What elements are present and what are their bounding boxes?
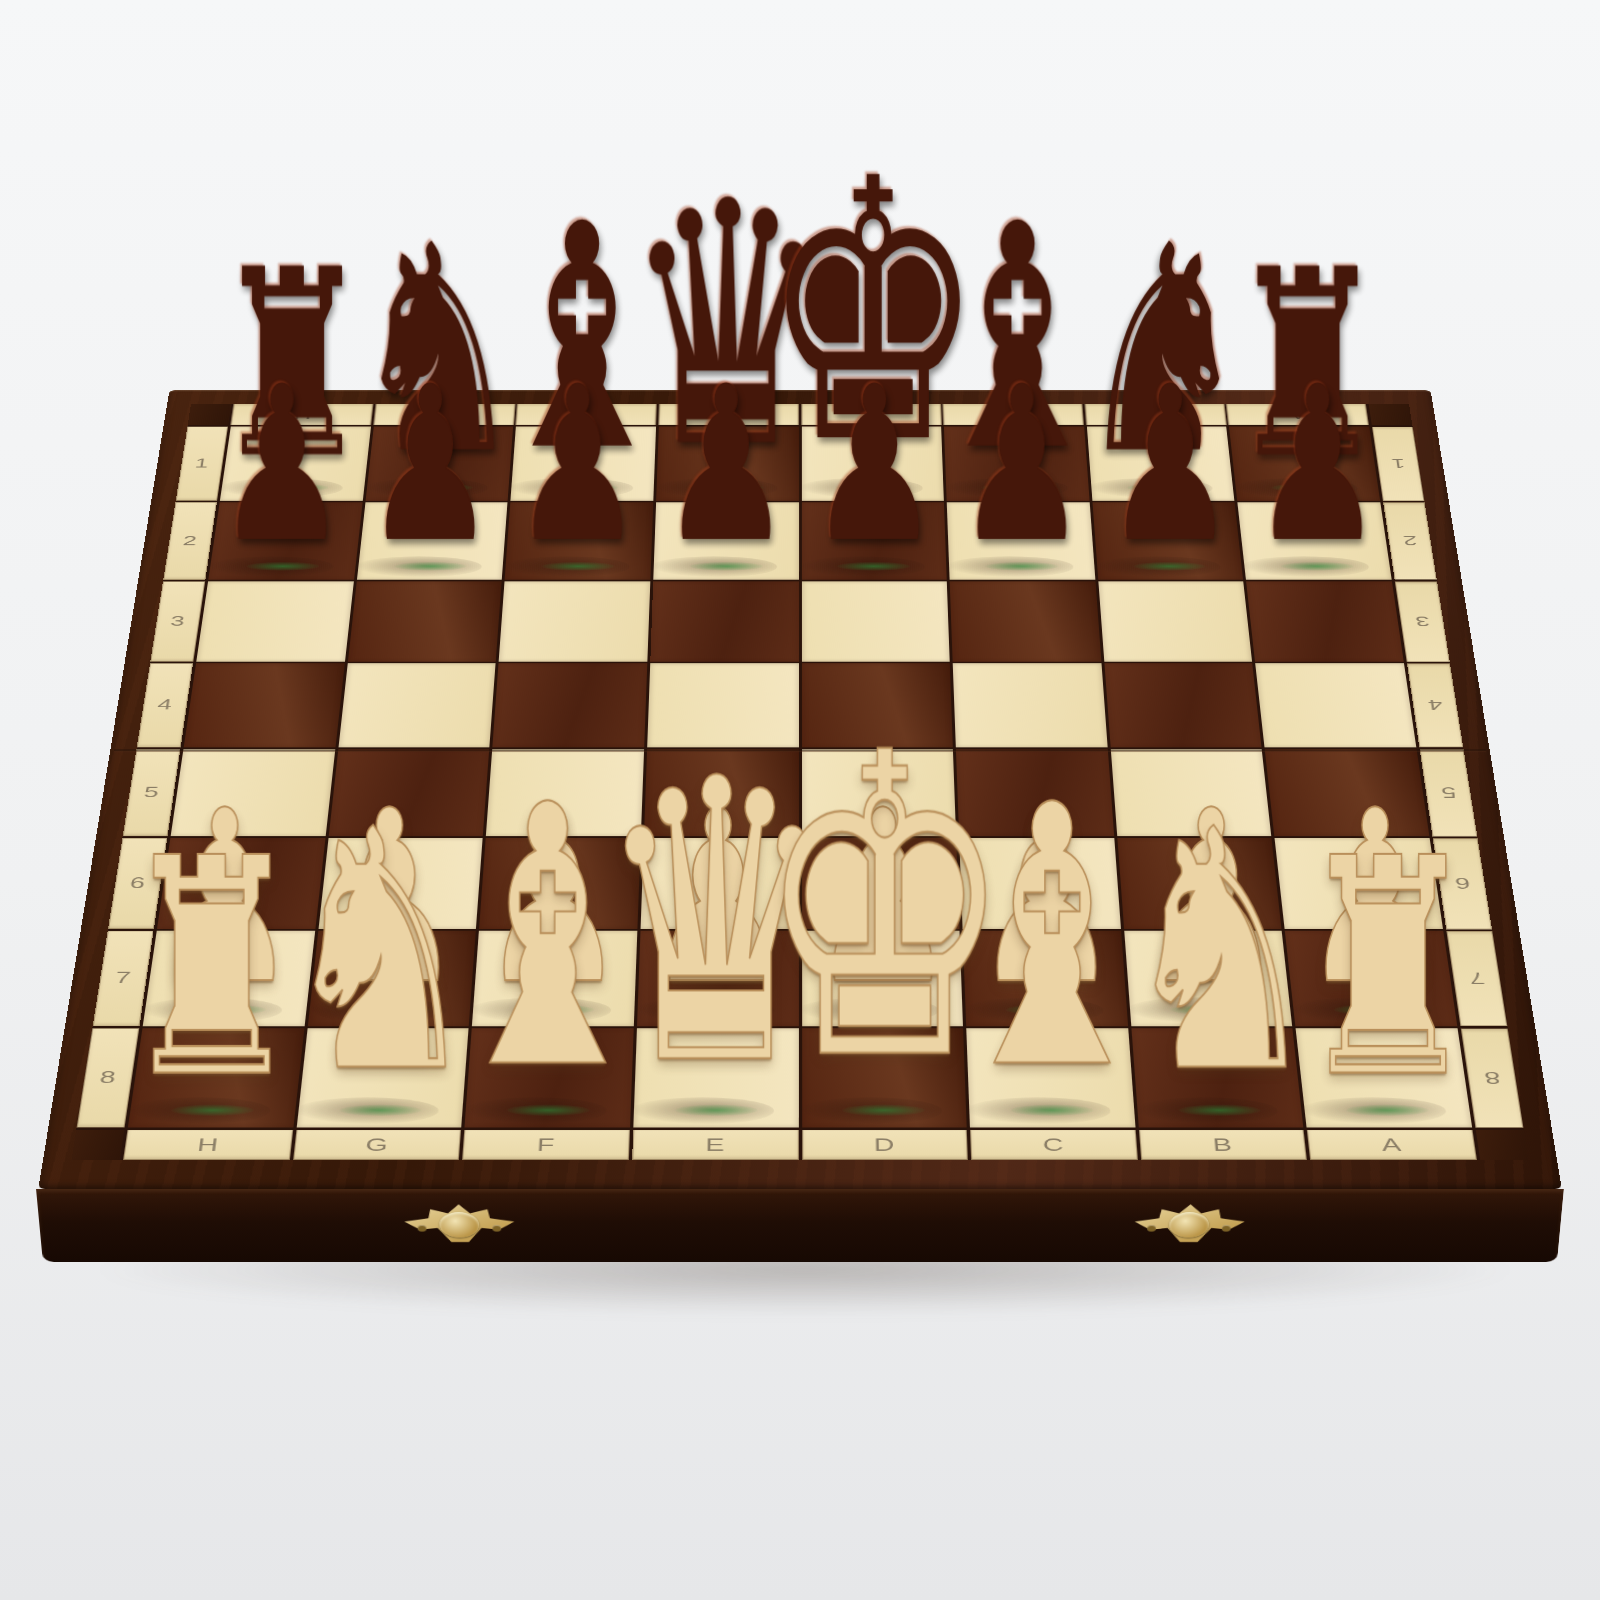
- file-label-bottom-b: B: [1139, 1130, 1308, 1160]
- file-label-bottom-f: F: [462, 1130, 629, 1160]
- square-d3[interactable]: [801, 581, 949, 661]
- chess-board: HGFEDCBA1♜♞♝♛♚♝♞♜12♟♟♟♟♟♟♟♟2334455667♟♟♟…: [38, 390, 1562, 1189]
- square-e3[interactable]: [650, 581, 798, 661]
- square-c3[interactable]: [950, 581, 1101, 661]
- clasp-boss: [439, 1212, 480, 1238]
- square-b3[interactable]: [1098, 581, 1252, 661]
- photo-scene: HGFEDCBA1♜♞♝♛♚♝♞♜12♟♟♟♟♟♟♟♟2334455667♟♟♟…: [0, 0, 1600, 1600]
- file-label-bottom-h: H: [123, 1130, 293, 1160]
- file-label-bottom-a: A: [1307, 1130, 1477, 1160]
- rank-label-right-3: 3: [1395, 581, 1450, 661]
- clasp-screw: [1222, 1225, 1231, 1232]
- file-label-bottom-d: D: [802, 1130, 968, 1160]
- rank-label-right-4: 4: [1407, 663, 1463, 747]
- piece-dark-pawn[interactable]: ♟: [1204, 358, 1433, 572]
- square-a8[interactable]: ♜: [1296, 1028, 1472, 1127]
- brass-clasp-left: [403, 1204, 515, 1245]
- square-a2[interactable]: ♟: [1238, 502, 1392, 579]
- clasp-screw: [418, 1225, 427, 1232]
- brass-clasp-right: [1134, 1204, 1246, 1245]
- frame-corner: [1476, 1130, 1529, 1160]
- board-grid: HGFEDCBA1♜♞♝♛♚♝♞♜12♟♟♟♟♟♟♟♟2334455667♟♟♟…: [72, 404, 1529, 1160]
- clasp-screw: [1148, 1225, 1157, 1232]
- square-a4[interactable]: [1256, 663, 1417, 747]
- file-label-bottom-g: G: [293, 1130, 462, 1160]
- frame-corner: [72, 1130, 125, 1160]
- clasp-screw: [492, 1225, 501, 1232]
- file-label-bottom-c: C: [970, 1130, 1137, 1160]
- piece-anchor: ♟: [1238, 502, 1392, 579]
- square-h4[interactable]: [184, 663, 345, 747]
- square-a3[interactable]: [1246, 581, 1403, 661]
- square-f3[interactable]: [499, 581, 650, 661]
- piece-anchor: ♜: [1296, 1028, 1472, 1127]
- square-h3[interactable]: [196, 581, 353, 661]
- square-g3[interactable]: [348, 581, 502, 661]
- file-label-bottom-e: E: [632, 1130, 798, 1160]
- board-front-edge: [36, 1189, 1564, 1262]
- piece-light-rook[interactable]: ♜: [1258, 819, 1518, 1118]
- board-frame: HGFEDCBA1♜♞♝♛♚♝♞♜12♟♟♟♟♟♟♟♟2334455667♟♟♟…: [38, 390, 1562, 1189]
